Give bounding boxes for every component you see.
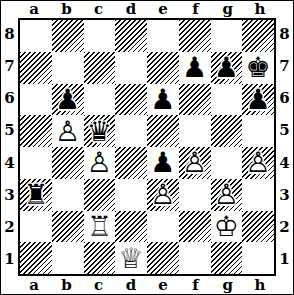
piece-black-pawn[interactable]: ♟: [150, 147, 175, 178]
square-h6[interactable]: ♟: [242, 84, 274, 116]
piece-white-pawn[interactable]: ♙: [150, 179, 175, 210]
piece-white-rook[interactable]: ♖: [87, 211, 112, 242]
piece-white-pawn[interactable]: ♙: [246, 147, 271, 178]
file-label-e: e: [147, 2, 179, 17]
square-d4[interactable]: [115, 147, 147, 179]
square-g1[interactable]: [211, 242, 243, 274]
square-e8[interactable]: [147, 20, 179, 52]
square-b6[interactable]: ♟: [52, 84, 84, 116]
file-label-h: h: [244, 278, 276, 293]
chess-board: ♟♟♚♟♟♟♙♛♙♟♙♙♜♙♙♖♔♕: [18, 18, 276, 276]
square-c1[interactable]: [84, 242, 116, 274]
square-c6[interactable]: [84, 84, 116, 116]
square-e7[interactable]: [147, 52, 179, 84]
square-b5[interactable]: ♙: [52, 115, 84, 147]
square-g7[interactable]: ♟: [211, 52, 243, 84]
rank-labels-left: 87654321: [1, 18, 18, 276]
rank-label-7: 7: [279, 59, 289, 74]
file-label-c: c: [83, 278, 115, 293]
square-g8[interactable]: [211, 20, 243, 52]
rank-label-3: 3: [279, 188, 289, 203]
square-d5[interactable]: [115, 115, 147, 147]
chess-diagram: abcdefgh 87654321 ♟♟♚♟♟♟♙♛♙♟♙♙♜♙♙♖♔♕ 876…: [0, 0, 294, 295]
file-label-d: d: [115, 2, 147, 17]
square-g5[interactable]: [211, 115, 243, 147]
file-label-g: g: [212, 278, 244, 293]
square-d7[interactable]: [115, 52, 147, 84]
square-g4[interactable]: [211, 147, 243, 179]
square-h2[interactable]: [242, 211, 274, 243]
square-b3[interactable]: [52, 179, 84, 211]
file-labels-top: abcdefgh: [18, 1, 276, 18]
square-d6[interactable]: [115, 84, 147, 116]
piece-white-queen[interactable]: ♕: [119, 243, 144, 274]
piece-white-pawn[interactable]: ♙: [182, 147, 207, 178]
square-c8[interactable]: [84, 20, 116, 52]
corner-top-left: [1, 1, 18, 18]
piece-white-pawn[interactable]: ♙: [214, 179, 239, 210]
file-labels-bottom: abcdefgh: [18, 276, 276, 294]
piece-white-king[interactable]: ♔: [214, 211, 239, 242]
square-h3[interactable]: [242, 179, 274, 211]
square-a4[interactable]: [20, 147, 52, 179]
square-b1[interactable]: [52, 242, 84, 274]
rank-label-7: 7: [4, 59, 14, 74]
file-label-d: d: [115, 278, 147, 293]
rank-label-2: 2: [279, 220, 289, 235]
file-label-c: c: [83, 2, 115, 17]
square-h8[interactable]: [242, 20, 274, 52]
square-e2[interactable]: [147, 211, 179, 243]
square-a5[interactable]: [20, 115, 52, 147]
piece-black-pawn[interactable]: ♟: [246, 84, 271, 115]
file-label-e: e: [147, 278, 179, 293]
square-d8[interactable]: [115, 20, 147, 52]
square-e1[interactable]: [147, 242, 179, 274]
file-label-b: b: [50, 2, 82, 17]
piece-black-rook[interactable]: ♜: [23, 179, 48, 210]
file-label-g: g: [212, 2, 244, 17]
rank-label-3: 3: [4, 188, 14, 203]
piece-black-king[interactable]: ♚: [246, 52, 271, 83]
corner-top-right: [276, 1, 293, 18]
square-e3[interactable]: ♙: [147, 179, 179, 211]
square-a3[interactable]: ♜: [20, 179, 52, 211]
square-a7[interactable]: [20, 52, 52, 84]
file-label-b: b: [50, 278, 82, 293]
rank-label-1: 1: [279, 252, 289, 267]
square-f6[interactable]: [179, 84, 211, 116]
square-f2[interactable]: [179, 211, 211, 243]
file-label-a: a: [18, 278, 50, 293]
piece-black-pawn[interactable]: ♟: [150, 84, 175, 115]
square-e4[interactable]: ♟: [147, 147, 179, 179]
square-f8[interactable]: [179, 20, 211, 52]
rank-label-5: 5: [279, 123, 289, 138]
corner-bottom-right: [276, 276, 293, 294]
rank-label-8: 8: [279, 27, 289, 42]
square-c4[interactable]: ♙: [84, 147, 116, 179]
piece-black-pawn[interactable]: ♟: [214, 52, 239, 83]
square-f1[interactable]: [179, 242, 211, 274]
square-c2[interactable]: ♖: [84, 211, 116, 243]
square-e5[interactable]: [147, 115, 179, 147]
piece-black-pawn[interactable]: ♟: [182, 52, 207, 83]
square-d3[interactable]: [115, 179, 147, 211]
rank-label-4: 4: [279, 156, 289, 171]
rank-label-5: 5: [4, 123, 14, 138]
piece-black-pawn[interactable]: ♟: [55, 84, 80, 115]
square-b7[interactable]: [52, 52, 84, 84]
square-g6[interactable]: [211, 84, 243, 116]
square-h1[interactable]: [242, 242, 274, 274]
file-label-f: f: [179, 2, 211, 17]
corner-bottom-left: [1, 276, 18, 294]
rank-label-8: 8: [4, 27, 14, 42]
square-h5[interactable]: [242, 115, 274, 147]
rank-label-2: 2: [4, 220, 14, 235]
square-h7[interactable]: ♚: [242, 52, 274, 84]
square-f7[interactable]: ♟: [179, 52, 211, 84]
rank-labels-right: 87654321: [276, 18, 293, 276]
piece-white-pawn[interactable]: ♙: [55, 116, 80, 147]
piece-white-pawn[interactable]: ♙: [87, 147, 112, 178]
file-label-f: f: [179, 278, 211, 293]
square-h4[interactable]: ♙: [242, 147, 274, 179]
file-label-h: h: [244, 2, 276, 17]
square-d1[interactable]: ♕: [115, 242, 147, 274]
square-a6[interactable]: [20, 84, 52, 116]
square-f5[interactable]: [179, 115, 211, 147]
square-c7[interactable]: [84, 52, 116, 84]
square-e6[interactable]: ♟: [147, 84, 179, 116]
square-b2[interactable]: [52, 211, 84, 243]
square-c5[interactable]: ♛: [84, 115, 116, 147]
square-b8[interactable]: [52, 20, 84, 52]
square-c3[interactable]: [84, 179, 116, 211]
square-f4[interactable]: ♙: [179, 147, 211, 179]
square-d2[interactable]: [115, 211, 147, 243]
square-b4[interactable]: [52, 147, 84, 179]
piece-black-queen[interactable]: ♛: [87, 116, 112, 147]
square-g3[interactable]: ♙: [211, 179, 243, 211]
rank-label-1: 1: [4, 252, 14, 267]
rank-label-4: 4: [4, 156, 14, 171]
square-a1[interactable]: [20, 242, 52, 274]
square-a2[interactable]: [20, 211, 52, 243]
square-a8[interactable]: [20, 20, 52, 52]
square-g2[interactable]: ♔: [211, 211, 243, 243]
rank-label-6: 6: [279, 91, 289, 106]
file-label-a: a: [18, 2, 50, 17]
rank-label-6: 6: [4, 91, 14, 106]
square-f3[interactable]: [179, 179, 211, 211]
